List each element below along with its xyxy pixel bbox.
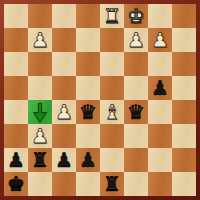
square-f7[interactable]: ♟ — [124, 28, 148, 52]
square-a3[interactable] — [4, 124, 28, 148]
chess-board: ♜♚♟♟♟♟♟♛♝♛♟♟♜♟♟♚♜ — [4, 4, 196, 196]
square-f5[interactable] — [124, 76, 148, 100]
piece-black-king[interactable]: ♚ — [4, 172, 28, 196]
square-h3[interactable] — [172, 124, 196, 148]
square-e8[interactable]: ♜ — [100, 4, 124, 28]
square-e6[interactable] — [100, 52, 124, 76]
piece-white-pawn[interactable]: ♟ — [28, 28, 52, 52]
piece-black-pawn[interactable]: ♟ — [52, 148, 76, 172]
piece-white-pawn[interactable]: ♟ — [28, 124, 52, 148]
square-f8[interactable]: ♚ — [124, 4, 148, 28]
piece-black-pawn[interactable]: ♟ — [4, 148, 28, 172]
piece-black-pawn[interactable]: ♟ — [148, 76, 172, 100]
piece-black-queen[interactable]: ♛ — [124, 100, 148, 124]
square-g8[interactable] — [148, 4, 172, 28]
square-e5[interactable] — [100, 76, 124, 100]
square-c6[interactable] — [52, 52, 76, 76]
square-h2[interactable] — [172, 148, 196, 172]
square-h5[interactable] — [172, 76, 196, 100]
square-c2[interactable]: ♟ — [52, 148, 76, 172]
square-d6[interactable] — [76, 52, 100, 76]
piece-black-rook[interactable]: ♜ — [100, 172, 124, 196]
square-b1[interactable] — [28, 172, 52, 196]
square-c8[interactable] — [52, 4, 76, 28]
square-d3[interactable] — [76, 124, 100, 148]
square-e4[interactable]: ♝ — [100, 100, 124, 124]
square-h6[interactable] — [172, 52, 196, 76]
square-c1[interactable] — [52, 172, 76, 196]
square-c3[interactable] — [52, 124, 76, 148]
square-e2[interactable] — [100, 148, 124, 172]
square-b6[interactable] — [28, 52, 52, 76]
square-g7[interactable]: ♟ — [148, 28, 172, 52]
square-e1[interactable]: ♜ — [100, 172, 124, 196]
square-b2[interactable]: ♜ — [28, 148, 52, 172]
square-b5[interactable] — [28, 76, 52, 100]
square-f2[interactable] — [124, 148, 148, 172]
square-c5[interactable] — [52, 76, 76, 100]
piece-white-pawn[interactable]: ♟ — [124, 28, 148, 52]
square-g3[interactable] — [148, 124, 172, 148]
square-h7[interactable] — [172, 28, 196, 52]
square-e3[interactable] — [100, 124, 124, 148]
piece-black-pawn[interactable]: ♟ — [76, 148, 100, 172]
square-d5[interactable] — [76, 76, 100, 100]
square-g5[interactable]: ♟ — [148, 76, 172, 100]
piece-white-pawn[interactable]: ♟ — [52, 100, 76, 124]
square-f3[interactable] — [124, 124, 148, 148]
board-frame: ♜♚♟♟♟♟♟♛♝♛♟♟♜♟♟♚♜ — [0, 0, 200, 200]
piece-white-pawn[interactable]: ♟ — [148, 28, 172, 52]
square-f4[interactable]: ♛ — [124, 100, 148, 124]
square-d4[interactable]: ♛ — [76, 100, 100, 124]
square-a6[interactable] — [4, 52, 28, 76]
square-b7[interactable]: ♟ — [28, 28, 52, 52]
square-g1[interactable] — [148, 172, 172, 196]
square-a7[interactable] — [4, 28, 28, 52]
square-d8[interactable] — [76, 4, 100, 28]
square-a2[interactable]: ♟ — [4, 148, 28, 172]
square-d1[interactable] — [76, 172, 100, 196]
square-a4[interactable] — [4, 100, 28, 124]
square-a1[interactable]: ♚ — [4, 172, 28, 196]
square-c4[interactable]: ♟ — [52, 100, 76, 124]
square-g2[interactable] — [148, 148, 172, 172]
square-a8[interactable] — [4, 4, 28, 28]
square-a5[interactable] — [4, 76, 28, 100]
piece-white-bishop[interactable]: ♝ — [100, 100, 124, 124]
square-g6[interactable] — [148, 52, 172, 76]
piece-white-king[interactable]: ♚ — [124, 4, 148, 28]
square-d2[interactable]: ♟ — [76, 148, 100, 172]
square-f6[interactable] — [124, 52, 148, 76]
square-h1[interactable] — [172, 172, 196, 196]
arrow-down-icon — [28, 100, 52, 124]
square-h4[interactable] — [172, 100, 196, 124]
piece-black-rook[interactable]: ♜ — [28, 148, 52, 172]
square-d7[interactable] — [76, 28, 100, 52]
square-f1[interactable] — [124, 172, 148, 196]
square-h8[interactable] — [172, 4, 196, 28]
square-g4[interactable] — [148, 100, 172, 124]
piece-black-queen[interactable]: ♛ — [76, 100, 100, 124]
piece-white-rook[interactable]: ♜ — [100, 4, 124, 28]
square-c7[interactable] — [52, 28, 76, 52]
square-b3[interactable]: ♟ — [28, 124, 52, 148]
square-b4[interactable] — [28, 100, 52, 124]
square-b8[interactable] — [28, 4, 52, 28]
square-e7[interactable] — [100, 28, 124, 52]
